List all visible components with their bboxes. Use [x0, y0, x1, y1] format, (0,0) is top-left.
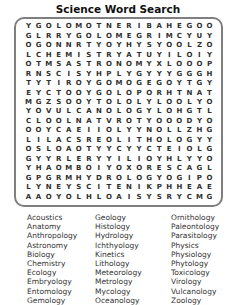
grid-cell-r6c15: Y [164, 69, 174, 78]
grid-cell-r10c7: A [84, 107, 94, 116]
grid-cell-r11c1: C [24, 117, 34, 126]
grid-cell-r2c19: Y [204, 31, 214, 40]
grid-cell-r5c3: M [44, 60, 54, 69]
grid-cell-r6c7: Y [84, 69, 94, 78]
grid-cell-r3c12: Y [134, 41, 144, 50]
word-parasitology: Parasitology [171, 231, 236, 240]
grid-cell-r15c6: E [74, 155, 84, 164]
grid-cell-r18c7: C [84, 183, 94, 192]
grid-cell-r16c19: L [204, 164, 214, 173]
grid-cell-r9c14: L [154, 98, 164, 107]
grid-cell-r7c13: E [144, 79, 154, 88]
grid-cell-r6c14: Y [154, 69, 164, 78]
grid-cell-r15c2: Y [34, 155, 44, 164]
grid-cell-r6c5: I [64, 69, 74, 78]
grid-cell-r5c9: O [104, 60, 114, 69]
grid-cell-r8c7: Y [84, 88, 94, 97]
grid-cell-r11c12: T [134, 117, 144, 126]
grid-cell-r13c4: A [54, 136, 64, 145]
grid-cell-r9c19: O [204, 98, 214, 107]
grid-cell-r16c16: C [174, 164, 184, 173]
grid-cell-r18c6: S [74, 183, 84, 192]
grid-cell-r10c2: O [34, 107, 44, 116]
grid-cell-r14c14: T [154, 145, 164, 154]
word-histology: Histology [95, 222, 171, 231]
grid-cell-r1c4: L [54, 22, 64, 31]
grid-cell-r16c10: O [114, 164, 124, 173]
grid-cell-r10c5: L [64, 107, 74, 116]
grid-cell-r2c17: Y [184, 31, 194, 40]
word-ichthyology: Ichthyology [95, 241, 171, 250]
grid-cell-r10c11: O [124, 107, 134, 116]
grid-cell-r18c13: K [144, 183, 154, 192]
grid-cell-r14c12: Y [134, 145, 144, 154]
grid-cell-r11c10: R [114, 117, 124, 126]
grid-cell-r14c15: E [164, 145, 174, 154]
grid-cell-r9c17: L [184, 98, 194, 107]
grid-cell-r4c7: S [84, 50, 94, 59]
grid-cell-r18c5: Y [64, 183, 74, 192]
grid-cell-r12c17: Z [184, 126, 194, 135]
grid-cell-r12c10: L [114, 126, 124, 135]
grid-cell-r9c6: O [74, 98, 84, 107]
grid-cell-r10c12: G [134, 107, 144, 116]
grid-cell-r14c13: C [144, 145, 154, 154]
grid-cell-r14c8: Y [94, 145, 104, 154]
grid-cell-r6c12: G [134, 69, 144, 78]
grid-cell-r12c12: Y [134, 126, 144, 135]
grid-cell-r18c18: A [194, 183, 204, 192]
grid-cell-r17c12: O [134, 174, 144, 183]
grid-cell-r7c1: T [24, 79, 34, 88]
grid-cell-r13c8: E [94, 136, 104, 145]
grid-cell-r8c18: A [194, 88, 204, 97]
grid-cell-r1c17: G [184, 22, 194, 31]
grid-cell-r19c11: I [124, 193, 134, 202]
grid-cell-r16c6: B [74, 164, 84, 173]
grid-cell-r9c11: O [124, 98, 134, 107]
grid-cell-r7c19: Y [204, 79, 214, 88]
grid-cell-r3c4: N [54, 41, 64, 50]
grid-cell-r1c19: O [204, 22, 214, 31]
grid-cell-r5c10: N [114, 60, 124, 69]
word-toxicology: Toxicology [171, 268, 236, 277]
grid-cell-r11c6: N [74, 117, 84, 126]
grid-cell-r6c16: G [174, 69, 184, 78]
grid-cell-r7c17: T [184, 79, 194, 88]
grid-cell-r14c9: Y [104, 145, 114, 154]
word-search-grid: YGOLOMOTNERIBAHEGOOGLRRYGOLOMEGRIMCYUYOG… [14, 17, 223, 207]
grid-cell-r19c10: A [114, 193, 124, 202]
grid-cell-r5c8: R [94, 60, 104, 69]
grid-cell-r2c12: G [134, 31, 144, 40]
grid-cell-r5c13: Y [144, 60, 154, 69]
grid-cell-r13c9: O [104, 136, 114, 145]
grid-cell-r7c7: Y [84, 79, 94, 88]
grid-cell-r15c5: L [64, 155, 74, 164]
grid-cell-r15c1: G [24, 155, 34, 164]
grid-cell-r6c19: H [204, 69, 214, 78]
grid-cell-r9c4: S [54, 98, 64, 107]
grid-cell-r17c15: O [164, 174, 174, 183]
grid-cell-r14c10: C [114, 145, 124, 154]
grid-cell-r3c15: O [164, 41, 174, 50]
grid-cell-r18c16: H [174, 183, 184, 192]
grid-cell-r4c3: H [44, 50, 54, 59]
grid-cell-r8c1: E [24, 88, 34, 97]
grid-cell-r18c17: E [184, 183, 194, 192]
grid-cell-r11c2: L [34, 117, 44, 126]
grid-cell-r13c16: O [174, 136, 184, 145]
grid-cell-r4c9: R [104, 50, 114, 59]
grid-cell-r3c9: O [104, 41, 114, 50]
grid-cell-r18c1: L [24, 183, 34, 192]
grid-cell-r17c13: G [144, 174, 154, 183]
grid-cell-r13c13: H [144, 136, 154, 145]
grid-cell-r3c1: O [24, 41, 34, 50]
grid-cell-r15c4: R [54, 155, 64, 164]
grid-cell-r4c2: C [34, 50, 44, 59]
grid-cell-r14c5: A [64, 145, 74, 154]
grid-cell-r19c9: O [104, 193, 114, 202]
grid-cell-r9c12: L [134, 98, 144, 107]
grid-cell-r8c10: L [114, 88, 124, 97]
grid-cell-r14c6: O [74, 145, 84, 154]
page-title: Science Word Search [0, 3, 236, 15]
word-meteorology: Meteorology [95, 268, 171, 277]
grid-cell-r17c2: P [34, 174, 44, 183]
word-kinetics: Kinetics [95, 250, 171, 259]
grid-cell-r5c11: O [124, 60, 134, 69]
grid-cell-r6c11: Y [124, 69, 134, 78]
grid-cell-r1c11: R [124, 22, 134, 31]
grid-cell-r3c13: S [144, 41, 154, 50]
grid-cell-r9c3: Z [44, 98, 54, 107]
grid-cell-r7c10: M [114, 79, 124, 88]
grid-cell-r4c15: I [164, 50, 174, 59]
grid-cell-r13c11: I [124, 136, 134, 145]
grid-cell-r14c17: O [184, 145, 194, 154]
grid-cell-r1c16: E [174, 22, 184, 31]
grid-cell-r18c11: N [124, 183, 134, 192]
grid-cell-r17c4: R [54, 174, 64, 183]
grid-cell-r7c3: T [44, 79, 54, 88]
word-zoology: Zoology [171, 296, 236, 305]
grid-cell-r13c1: L [24, 136, 34, 145]
grid-cell-r15c3: Y [44, 155, 54, 164]
grid-cell-r10c18: T [194, 107, 204, 116]
grid-cell-r17c5: M [64, 174, 74, 183]
grid-cell-r12c11: Y [124, 126, 134, 135]
grid-cell-r2c8: L [94, 31, 104, 40]
grid-cell-r3c3: O [44, 41, 54, 50]
grid-cell-r19c19: G [204, 193, 214, 202]
grid-cell-r14c1: O [24, 145, 34, 154]
grid-cell-r4c6: I [74, 50, 84, 59]
grid-cell-r5c16: O [174, 60, 184, 69]
grid-cell-r8c11: O [124, 88, 134, 97]
grid-cell-r1c18: O [194, 22, 204, 31]
grid-cell-r9c1: M [24, 98, 34, 107]
grid-cell-r17c9: R [104, 174, 114, 183]
grid-cell-r16c4: O [54, 164, 64, 173]
grid-cell-r19c4: Y [54, 193, 64, 202]
grid-cell-r13c7: R [84, 136, 94, 145]
word-oceanology: Oceanology [95, 296, 171, 305]
word-lithology: Lithology [95, 259, 171, 268]
grid-cell-r12c7: I [84, 126, 94, 135]
grid-cell-r7c11: O [124, 79, 134, 88]
grid-cell-r16c15: S [164, 164, 174, 173]
grid-cell-r19c14: S [154, 193, 164, 202]
grid-cell-r13c18: Y [194, 136, 204, 145]
grid-cell-r19c1: A [24, 193, 34, 202]
grid-cell-r8c5: O [64, 88, 74, 97]
grid-cell-r19c12: S [134, 193, 144, 202]
grid-cell-r10c15: O [164, 107, 174, 116]
word-entomology: Entomology [27, 287, 95, 296]
grid-cell-r15c13: O [144, 155, 154, 164]
grid-cell-r12c16: L [174, 126, 184, 135]
grid-cell-r5c4: S [54, 60, 64, 69]
grid-cell-r2c4: R [54, 31, 64, 40]
grid-cell-r12c4: C [54, 126, 64, 135]
grid-cell-r15c12: I [134, 155, 144, 164]
grid-cell-r19c3: O [44, 193, 54, 202]
grid-cell-r16c13: R [144, 164, 154, 173]
word-gemology: Gemology [27, 296, 95, 305]
grid-cell-r11c3: O [44, 117, 54, 126]
word-astronomy: Astronomy [27, 241, 95, 250]
grid-cell-r19c17: C [184, 193, 194, 202]
grid-cell-r5c17: O [184, 60, 194, 69]
grid-cell-r8c2: Y [34, 88, 44, 97]
grid-cell-r17c17: I [184, 174, 194, 183]
grid-cell-r6c17: G [184, 69, 194, 78]
grid-cell-r11c4: O [54, 117, 64, 126]
grid-cell-r8c15: H [164, 88, 174, 97]
grid-cell-r4c5: M [64, 50, 74, 59]
grid-cell-r1c3: O [44, 22, 54, 31]
grid-cell-r11c15: O [164, 117, 174, 126]
grid-cell-r6c1: R [24, 69, 34, 78]
grid-cell-r11c9: V [104, 117, 114, 126]
grid-cell-r7c2: Y [34, 79, 44, 88]
grid-cell-r18c9: T [104, 183, 114, 192]
grid-cell-r6c6: S [74, 69, 84, 78]
grid-cell-r18c2: Y [34, 183, 44, 192]
grid-cell-r3c2: G [34, 41, 44, 50]
grid-cell-r4c8: T [94, 50, 104, 59]
grid-cell-r12c8: I [94, 126, 104, 135]
grid-cell-r14c3: L [44, 145, 54, 154]
grid-cell-r8c13: O [144, 88, 154, 97]
grid-cell-r5c5: A [64, 60, 74, 69]
grid-cell-r6c3: S [44, 69, 54, 78]
word-anthropology: Anthropology [27, 231, 95, 240]
grid-cell-r10c13: Y [144, 107, 154, 116]
grid-cell-r13c3: L [44, 136, 54, 145]
word-embryology: Embryology [27, 277, 95, 286]
grid-cell-r11c18: Y [194, 117, 204, 126]
grid-cell-r4c1: L [24, 50, 34, 59]
grid-cell-r7c6: O [74, 79, 84, 88]
grid-cell-r18c14: P [154, 183, 164, 192]
grid-cell-r12c1: O [24, 126, 34, 135]
grid-cell-r12c13: N [144, 126, 154, 135]
word-acoustics: Acoustics [27, 213, 95, 222]
word-chemistry: Chemistry [27, 259, 95, 268]
grid-cell-r4c4: E [54, 50, 64, 59]
grid-cell-r1c6: M [74, 22, 84, 31]
grid-cell-r4c10: Y [114, 50, 124, 59]
grid-cell-r18c15: H [164, 183, 174, 192]
grid-cell-r3c5: N [64, 41, 74, 50]
grid-cell-r9c8: T [94, 98, 104, 107]
grid-cell-r3c18: Z [194, 41, 204, 50]
grid-cell-r11c19: O [204, 117, 214, 126]
grid-cell-r19c13: Y [144, 193, 154, 202]
grid-cell-r4c19: Y [204, 50, 214, 59]
word-list-column-3: OrnithologyPaleontologyParasitologyPhysi… [171, 213, 236, 305]
grid-cell-r8c3: C [44, 88, 54, 97]
grid-cell-r7c12: G [134, 79, 144, 88]
grid-cell-r6c8: H [94, 69, 104, 78]
grid-cell-r14c2: S [34, 145, 44, 154]
grid-cell-r18c10: E [114, 183, 124, 192]
word-hydrology: Hydrology [95, 231, 171, 240]
grid-cell-r2c16: C [174, 31, 184, 40]
grid-cell-r13c19: Y [204, 136, 214, 145]
grid-cell-r9c18: Y [194, 98, 204, 107]
grid-cell-r2c7: O [84, 31, 94, 40]
grid-cell-r7c18: G [194, 79, 204, 88]
word-list-column-2: GeologyHistologyHydrologyIchthyologyKine… [95, 213, 171, 305]
grid-cell-r14c16: I [174, 145, 184, 154]
grid-cell-r2c13: R [144, 31, 154, 40]
grid-cell-r10c9: O [104, 107, 114, 116]
grid-cell-r13c6: S [74, 136, 84, 145]
grid-cell-r15c8: Y [94, 155, 104, 164]
word-search-page: Science Word Search YGOLOMOTNERIBAHEGOOG… [0, 3, 236, 305]
grid-cell-r13c17: G [184, 136, 194, 145]
grid-cell-r5c18: O [194, 60, 204, 69]
grid-cell-r17c1: G [24, 174, 34, 183]
grid-cell-r16c7: O [84, 164, 94, 173]
grid-cell-r12c5: A [64, 126, 74, 135]
grid-cell-r15c18: Y [194, 155, 204, 164]
grid-cell-r2c6: G [74, 31, 84, 40]
word-phytology: Phytology [171, 259, 236, 268]
word-physics: Physics [171, 241, 236, 250]
grid-cell-r10c1: Y [24, 107, 34, 116]
grid-cell-r11c8: T [94, 117, 104, 126]
grid-cell-r15c16: L [174, 155, 184, 164]
grid-cell-r12c2: O [34, 126, 44, 135]
grid-cell-r19c18: M [194, 193, 204, 202]
grid-cell-r16c8: I [94, 164, 104, 173]
grid-cell-r16c3: A [44, 164, 54, 173]
grid-cell-r13c15: L [164, 136, 174, 145]
grid-cell-r3c8: Y [94, 41, 104, 50]
grid-cell-r16c14: E [154, 164, 164, 173]
grid-cell-r19c8: L [94, 193, 104, 202]
grid-cell-r14c7: T [84, 145, 94, 154]
grid-cell-r2c9: O [104, 31, 114, 40]
grid-cell-r1c8: T [94, 22, 104, 31]
grid-cell-r1c10: E [114, 22, 124, 31]
grid-cell-r4c13: U [144, 50, 154, 59]
grid-cell-r19c5: O [64, 193, 74, 202]
word-physiology: Physiology [171, 250, 236, 259]
grid-cell-r16c1: Y [24, 164, 34, 173]
grid-cell-r5c15: L [164, 60, 174, 69]
grid-cell-r1c5: O [64, 22, 74, 31]
grid-cell-r8c17: N [184, 88, 194, 97]
grid-cell-r12c15: L [164, 126, 174, 135]
grid-cell-r17c14: Y [154, 174, 164, 183]
grid-cell-r15c10: I [114, 155, 124, 164]
grid-cell-r19c16: Y [174, 193, 184, 202]
grid-cell-r10c17: G [184, 107, 194, 116]
grid-cell-r16c9: Y [104, 164, 114, 173]
grid-cell-r15c9: Y [104, 155, 114, 164]
grid-cell-r14c18: L [194, 145, 204, 154]
word-list-column-1: AcousticsAnatomyAnthropologyAstronomyBio… [27, 213, 95, 305]
word-biology: Biology [27, 250, 95, 259]
grid-cell-r9c10: L [114, 98, 124, 107]
grid-cell-r3c7: T [84, 41, 94, 50]
grid-cell-r19c7: H [84, 193, 94, 202]
grid-cell-r14c4: O [54, 145, 64, 154]
grid-cell-r8c4: T [54, 88, 64, 97]
grid-cell-r11c17: D [184, 117, 194, 126]
grid-cell-r15c7: R [84, 155, 94, 164]
grid-cell-r2c10: M [114, 31, 124, 40]
grid-cell-r8c9: O [104, 88, 114, 97]
grid-cell-r9c13: Y [144, 98, 154, 107]
grid-cell-r1c1: Y [24, 22, 34, 31]
grid-cell-r10c16: H [174, 107, 184, 116]
grid-cell-r7c16: Y [174, 79, 184, 88]
grid-cell-r15c17: Y [184, 155, 194, 164]
grid-cell-r7c5: R [64, 79, 74, 88]
grid-cell-r16c11: X [124, 164, 134, 173]
grid-cell-r17c8: D [94, 174, 104, 183]
grid-cell-r5c1: O [24, 60, 34, 69]
grid-cell-r6c10: L [114, 69, 124, 78]
grid-cell-r3c6: R [74, 41, 84, 50]
grid-cell-r18c4: E [54, 183, 64, 192]
grid-cell-r18c3: N [44, 183, 54, 192]
grid-cell-r8c14: R [154, 88, 164, 97]
grid-cell-r17c7: Y [84, 174, 94, 183]
grid-cell-r2c14: I [154, 31, 164, 40]
grid-cell-r7c4: I [54, 79, 64, 88]
grid-cell-r11c16: O [174, 117, 184, 126]
grid-cell-r14c19: G [204, 145, 214, 154]
grid-cell-r15c11: L [124, 155, 134, 164]
grid-cell-r13c5: C [64, 136, 74, 145]
grid-cell-r6c4: C [54, 69, 64, 78]
grid-cell-r6c13: Y [144, 69, 154, 78]
word-mycology: Mycology [95, 287, 171, 296]
grid-cell-r16c18: G [194, 164, 204, 173]
grid-cell-r1c12: I [134, 22, 144, 31]
word-metrology: Metrology [95, 277, 171, 286]
grid-cell-r9c5: O [64, 98, 74, 107]
grid-cell-r5c6: S [74, 60, 84, 69]
